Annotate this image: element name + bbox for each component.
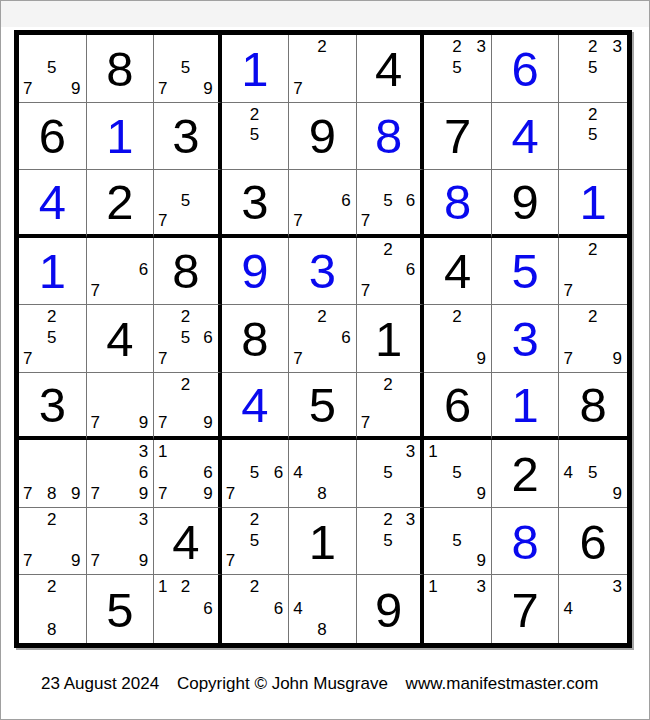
cell-r3c5[interactable]: 67 bbox=[289, 170, 357, 238]
cell-r4c4[interactable]: 9 bbox=[222, 238, 290, 306]
candidate-2: 2 bbox=[317, 308, 326, 325]
pencil-marks: 28 bbox=[23, 578, 81, 638]
pencil-marks: 235 bbox=[563, 38, 622, 97]
solved-digit: 1 bbox=[106, 112, 133, 161]
cell-r1c4[interactable]: 1 bbox=[222, 35, 290, 103]
pencil-marks: 27 bbox=[361, 376, 416, 432]
candidate-7: 7 bbox=[293, 80, 302, 97]
candidate-1: 1 bbox=[428, 443, 437, 460]
candidate-4: 4 bbox=[563, 600, 572, 617]
candidate-5: 5 bbox=[181, 192, 190, 209]
candidate-5: 5 bbox=[47, 329, 56, 346]
solved-digit: 1 bbox=[512, 381, 539, 430]
cell-r4c8[interactable]: 5 bbox=[492, 238, 560, 306]
cell-r9c7[interactable]: 13 bbox=[424, 575, 492, 643]
solved-digit: 5 bbox=[512, 247, 539, 296]
candidate-6: 6 bbox=[203, 600, 212, 617]
candidate-2: 2 bbox=[452, 308, 461, 325]
cell-r7c2[interactable]: 3679 bbox=[87, 440, 155, 508]
given-digit: 3 bbox=[39, 381, 66, 430]
cell-r4c2[interactable]: 67 bbox=[87, 238, 155, 306]
cell-r2c8[interactable]: 4 bbox=[492, 103, 560, 171]
pencil-marks: 267 bbox=[361, 241, 416, 300]
candidate-6: 6 bbox=[139, 261, 148, 278]
cell-r6c1[interactable]: 3 bbox=[19, 373, 87, 441]
candidate-7: 7 bbox=[563, 282, 572, 299]
cell-r3c4[interactable]: 3 bbox=[222, 170, 290, 238]
candidate-5: 5 bbox=[181, 59, 190, 76]
cell-r3c8[interactable]: 9 bbox=[492, 170, 560, 238]
candidate-5: 5 bbox=[47, 59, 56, 76]
cell-r2c7[interactable]: 7 bbox=[424, 103, 492, 171]
candidate-7: 7 bbox=[23, 350, 32, 367]
candidate-9: 9 bbox=[203, 485, 212, 502]
website-text: www.manifestmaster.com bbox=[406, 674, 599, 693]
cell-r9c9[interactable]: 34 bbox=[559, 575, 627, 643]
candidate-2: 2 bbox=[250, 106, 259, 123]
candidate-5: 5 bbox=[588, 464, 597, 481]
cell-r9c6[interactable]: 9 bbox=[357, 575, 425, 643]
candidate-9: 9 bbox=[203, 80, 212, 97]
pencil-marks: 3679 bbox=[91, 443, 149, 502]
candidate-2: 2 bbox=[588, 308, 597, 325]
pencil-marks: 29 bbox=[428, 308, 486, 367]
candidate-2: 2 bbox=[181, 308, 190, 325]
given-digit: 9 bbox=[309, 112, 336, 161]
cell-r6c6[interactable]: 27 bbox=[357, 373, 425, 441]
candidate-4: 4 bbox=[563, 464, 572, 481]
pencil-marks: 67 bbox=[91, 241, 149, 300]
candidate-8: 8 bbox=[317, 485, 326, 502]
pencil-marks: 27 bbox=[293, 38, 351, 97]
candidate-5: 5 bbox=[383, 464, 392, 481]
solved-digit: 1 bbox=[39, 247, 66, 296]
cell-r5c3[interactable]: 2567 bbox=[154, 305, 222, 373]
window-top-band bbox=[1, 1, 649, 27]
pencil-marks: 257 bbox=[23, 308, 81, 367]
cell-r5c4[interactable]: 8 bbox=[222, 305, 290, 373]
pencil-marks: 235 bbox=[361, 511, 416, 570]
cell-r4c6[interactable]: 267 bbox=[357, 238, 425, 306]
candidate-2: 2 bbox=[47, 511, 56, 528]
given-digit: 8 bbox=[172, 247, 199, 296]
cell-r1c8[interactable]: 6 bbox=[492, 35, 560, 103]
candidate-2: 2 bbox=[250, 511, 259, 528]
cell-r4c7[interactable]: 4 bbox=[424, 238, 492, 306]
pencil-marks: 459 bbox=[563, 443, 622, 502]
pencil-marks: 257 bbox=[226, 511, 284, 570]
pencil-marks: 579 bbox=[23, 38, 81, 97]
solved-digit: 1 bbox=[580, 178, 607, 227]
cell-r4c5[interactable]: 3 bbox=[289, 238, 357, 306]
candidate-2: 2 bbox=[383, 376, 392, 393]
cell-r1c5[interactable]: 27 bbox=[289, 35, 357, 103]
sudoku-page: 5798579127423562356132598742542573675678… bbox=[0, 0, 650, 720]
solved-digit: 4 bbox=[241, 381, 268, 430]
cell-r9c4[interactable]: 26 bbox=[222, 575, 290, 643]
cell-r4c3[interactable]: 8 bbox=[154, 238, 222, 306]
cell-r8c8[interactable]: 8 bbox=[492, 508, 560, 576]
candidate-3: 3 bbox=[476, 38, 485, 55]
given-digit: 9 bbox=[375, 586, 402, 635]
candidate-5: 5 bbox=[250, 126, 259, 143]
given-digit: 3 bbox=[172, 112, 199, 161]
candidate-7: 7 bbox=[158, 414, 167, 431]
candidate-2: 2 bbox=[250, 578, 259, 595]
solved-digit: 1 bbox=[241, 45, 268, 94]
candidate-1: 1 bbox=[428, 578, 437, 595]
candidate-9: 9 bbox=[139, 414, 148, 431]
cell-r7c1[interactable]: 789 bbox=[19, 440, 87, 508]
solved-digit: 8 bbox=[375, 112, 402, 161]
candidate-5: 5 bbox=[383, 532, 392, 549]
candidate-7: 7 bbox=[361, 282, 370, 299]
cell-r9c1[interactable]: 28 bbox=[19, 575, 87, 643]
candidate-5: 5 bbox=[250, 464, 259, 481]
given-digit: 1 bbox=[309, 518, 336, 567]
cell-r9c5[interactable]: 48 bbox=[289, 575, 357, 643]
candidate-9: 9 bbox=[613, 485, 622, 502]
candidate-7: 7 bbox=[91, 485, 100, 502]
solved-digit: 8 bbox=[512, 518, 539, 567]
cell-r7c3[interactable]: 1679 bbox=[154, 440, 222, 508]
candidate-2: 2 bbox=[317, 38, 326, 55]
candidate-7: 7 bbox=[158, 350, 167, 367]
candidate-9: 9 bbox=[71, 80, 80, 97]
cell-r6c3[interactable]: 279 bbox=[154, 373, 222, 441]
candidate-5: 5 bbox=[452, 59, 461, 76]
given-digit: 6 bbox=[580, 518, 607, 567]
candidate-6: 6 bbox=[406, 192, 415, 209]
cell-r7c5[interactable]: 48 bbox=[289, 440, 357, 508]
solved-digit: 6 bbox=[512, 45, 539, 94]
cell-r4c9[interactable]: 27 bbox=[559, 238, 627, 306]
candidate-9: 9 bbox=[476, 485, 485, 502]
pencil-marks: 235 bbox=[428, 38, 486, 97]
candidate-8: 8 bbox=[317, 621, 326, 638]
candidate-7: 7 bbox=[226, 485, 235, 502]
candidate-2: 2 bbox=[588, 241, 597, 258]
cell-r8c1[interactable]: 279 bbox=[19, 508, 87, 576]
cell-r8c7[interactable]: 59 bbox=[424, 508, 492, 576]
candidate-9: 9 bbox=[476, 552, 485, 569]
candidate-3: 3 bbox=[476, 578, 485, 595]
pencil-marks: 27 bbox=[563, 241, 622, 300]
pencil-marks: 379 bbox=[91, 511, 149, 570]
cell-r8c2[interactable]: 379 bbox=[87, 508, 155, 576]
cell-r7c8[interactable]: 2 bbox=[492, 440, 560, 508]
candidate-9: 9 bbox=[613, 350, 622, 367]
candidate-7: 7 bbox=[158, 485, 167, 502]
cell-r1c3[interactable]: 579 bbox=[154, 35, 222, 103]
candidate-6: 6 bbox=[139, 464, 148, 481]
cell-r3c3[interactable]: 57 bbox=[154, 170, 222, 238]
cell-r7c4[interactable]: 567 bbox=[222, 440, 290, 508]
cell-r9c2[interactable]: 5 bbox=[87, 575, 155, 643]
candidate-2: 2 bbox=[452, 38, 461, 55]
candidate-5: 5 bbox=[588, 59, 597, 76]
pencil-marks: 59 bbox=[428, 511, 486, 570]
candidate-5: 5 bbox=[452, 464, 461, 481]
candidate-8: 8 bbox=[47, 621, 56, 638]
pencil-marks: 789 bbox=[23, 443, 81, 502]
given-digit: 6 bbox=[444, 381, 471, 430]
cell-r3c6[interactable]: 567 bbox=[357, 170, 425, 238]
candidate-7: 7 bbox=[23, 80, 32, 97]
cell-r6c2[interactable]: 79 bbox=[87, 373, 155, 441]
candidate-7: 7 bbox=[361, 414, 370, 431]
candidate-7: 7 bbox=[361, 212, 370, 229]
given-digit: 6 bbox=[39, 112, 66, 161]
given-digit: 2 bbox=[106, 178, 133, 227]
pencil-marks: 25 bbox=[563, 106, 622, 165]
cell-r8c5[interactable]: 1 bbox=[289, 508, 357, 576]
candidate-6: 6 bbox=[406, 261, 415, 278]
cell-r2c5[interactable]: 9 bbox=[289, 103, 357, 171]
given-digit: 4 bbox=[444, 247, 471, 296]
candidate-7: 7 bbox=[23, 552, 32, 569]
pencil-marks: 126 bbox=[158, 578, 213, 638]
cell-r9c8[interactable]: 7 bbox=[492, 575, 560, 643]
pencil-marks: 48 bbox=[293, 443, 351, 502]
candidate-9: 9 bbox=[476, 350, 485, 367]
cell-r5c2[interactable]: 4 bbox=[87, 305, 155, 373]
candidate-9: 9 bbox=[71, 485, 80, 502]
cell-r1c2[interactable]: 8 bbox=[87, 35, 155, 103]
pencil-marks: 279 bbox=[23, 511, 81, 570]
candidate-9: 9 bbox=[139, 485, 148, 502]
candidate-2: 2 bbox=[588, 38, 597, 55]
candidate-7: 7 bbox=[91, 282, 100, 299]
candidate-5: 5 bbox=[181, 329, 190, 346]
given-digit: 4 bbox=[375, 45, 402, 94]
given-digit: 1 bbox=[375, 315, 402, 364]
cell-r1c7[interactable]: 235 bbox=[424, 35, 492, 103]
candidate-5: 5 bbox=[452, 532, 461, 549]
candidate-3: 3 bbox=[139, 511, 148, 528]
candidate-2: 2 bbox=[181, 376, 190, 393]
pencil-marks: 579 bbox=[158, 38, 213, 97]
cell-r2c3[interactable]: 3 bbox=[154, 103, 222, 171]
candidate-7: 7 bbox=[91, 414, 100, 431]
pencil-marks: 35 bbox=[361, 443, 416, 502]
footer: 23 August 2024 Copyright © John Musgrave… bbox=[41, 674, 611, 694]
candidate-5: 5 bbox=[588, 126, 597, 143]
pencil-marks: 279 bbox=[563, 308, 622, 367]
pencil-marks: 67 bbox=[293, 173, 351, 229]
given-digit: 4 bbox=[106, 315, 133, 364]
cell-r6c5[interactable]: 5 bbox=[289, 373, 357, 441]
pencil-marks: 48 bbox=[293, 578, 351, 638]
pencil-marks: 279 bbox=[158, 376, 213, 432]
cell-r6c4[interactable]: 4 bbox=[222, 373, 290, 441]
candidate-1: 1 bbox=[158, 443, 167, 460]
candidate-2: 2 bbox=[588, 106, 597, 123]
pencil-marks: 567 bbox=[361, 173, 416, 229]
given-digit: 8 bbox=[106, 45, 133, 94]
given-digit: 3 bbox=[241, 178, 268, 227]
candidate-7: 7 bbox=[158, 212, 167, 229]
candidate-6: 6 bbox=[203, 329, 212, 346]
given-digit: 8 bbox=[241, 315, 268, 364]
candidate-3: 3 bbox=[613, 38, 622, 55]
pencil-marks: 159 bbox=[428, 443, 486, 502]
pencil-marks: 1679 bbox=[158, 443, 213, 502]
given-digit: 7 bbox=[444, 112, 471, 161]
cell-r3c7[interactable]: 8 bbox=[424, 170, 492, 238]
cell-r2c9[interactable]: 25 bbox=[559, 103, 627, 171]
given-digit: 2 bbox=[512, 450, 539, 499]
cell-r2c4[interactable]: 25 bbox=[222, 103, 290, 171]
candidate-9: 9 bbox=[203, 414, 212, 431]
cell-r8c9[interactable]: 6 bbox=[559, 508, 627, 576]
candidate-5: 5 bbox=[383, 192, 392, 209]
cell-r8c3[interactable]: 4 bbox=[154, 508, 222, 576]
given-digit: 9 bbox=[512, 178, 539, 227]
candidate-2: 2 bbox=[383, 241, 392, 258]
cell-r3c2[interactable]: 2 bbox=[87, 170, 155, 238]
cell-r2c2[interactable]: 1 bbox=[87, 103, 155, 171]
cell-r6c8[interactable]: 1 bbox=[492, 373, 560, 441]
cell-r2c6[interactable]: 8 bbox=[357, 103, 425, 171]
candidate-7: 7 bbox=[563, 350, 572, 367]
solved-digit: 4 bbox=[512, 112, 539, 161]
candidate-4: 4 bbox=[293, 600, 302, 617]
cell-r4c1[interactable]: 1 bbox=[19, 238, 87, 306]
cell-r9c3[interactable]: 126 bbox=[154, 575, 222, 643]
cell-r7c9[interactable]: 459 bbox=[559, 440, 627, 508]
candidate-3: 3 bbox=[406, 511, 415, 528]
cell-r1c1[interactable]: 579 bbox=[19, 35, 87, 103]
given-digit: 7 bbox=[512, 586, 539, 635]
candidate-7: 7 bbox=[293, 350, 302, 367]
candidate-6: 6 bbox=[274, 464, 283, 481]
given-digit: 5 bbox=[309, 381, 336, 430]
solved-digit: 3 bbox=[512, 315, 539, 364]
pencil-marks: 57 bbox=[158, 173, 213, 229]
candidate-3: 3 bbox=[406, 443, 415, 460]
cell-r2c1[interactable]: 6 bbox=[19, 103, 87, 171]
cell-r5c5[interactable]: 267 bbox=[289, 305, 357, 373]
given-digit: 4 bbox=[172, 518, 199, 567]
candidate-7: 7 bbox=[23, 485, 32, 502]
solved-digit: 8 bbox=[444, 178, 471, 227]
sudoku-grid: 5798579127423562356132598742542573675678… bbox=[14, 30, 632, 648]
pencil-marks: 26 bbox=[226, 578, 284, 638]
pencil-marks: 2567 bbox=[158, 308, 213, 367]
solved-digit: 9 bbox=[241, 247, 268, 296]
candidate-8: 8 bbox=[47, 485, 56, 502]
candidate-2: 2 bbox=[181, 578, 190, 595]
cell-r3c1[interactable]: 4 bbox=[19, 170, 87, 238]
cell-r5c1[interactable]: 257 bbox=[19, 305, 87, 373]
cell-r5c6[interactable]: 1 bbox=[357, 305, 425, 373]
puzzle-date: 23 August 2024 bbox=[41, 674, 159, 693]
solved-digit: 3 bbox=[309, 247, 336, 296]
candidate-7: 7 bbox=[158, 80, 167, 97]
copyright-text: Copyright © John Musgrave bbox=[177, 674, 388, 693]
pencil-marks: 267 bbox=[293, 308, 351, 367]
pencil-marks: 567 bbox=[226, 443, 284, 502]
cell-r5c9[interactable]: 279 bbox=[559, 305, 627, 373]
candidate-6: 6 bbox=[341, 192, 350, 209]
pencil-marks: 34 bbox=[563, 578, 622, 638]
given-digit: 8 bbox=[580, 381, 607, 430]
candidate-3: 3 bbox=[139, 443, 148, 460]
candidate-7: 7 bbox=[226, 552, 235, 569]
pencil-marks: 25 bbox=[226, 106, 284, 165]
candidate-9: 9 bbox=[139, 552, 148, 569]
candidate-6: 6 bbox=[203, 464, 212, 481]
pencil-marks: 13 bbox=[428, 578, 486, 638]
candidate-5: 5 bbox=[250, 532, 259, 549]
cell-r8c4[interactable]: 257 bbox=[222, 508, 290, 576]
cell-r7c7[interactable]: 159 bbox=[424, 440, 492, 508]
cell-r6c9[interactable]: 8 bbox=[559, 373, 627, 441]
candidate-4: 4 bbox=[293, 464, 302, 481]
cell-r1c6[interactable]: 4 bbox=[357, 35, 425, 103]
cell-r5c8[interactable]: 3 bbox=[492, 305, 560, 373]
candidate-2: 2 bbox=[47, 308, 56, 325]
candidate-6: 6 bbox=[341, 329, 350, 346]
candidate-2: 2 bbox=[383, 511, 392, 528]
candidate-3: 3 bbox=[613, 578, 622, 595]
cell-r5c7[interactable]: 29 bbox=[424, 305, 492, 373]
solved-digit: 4 bbox=[39, 178, 66, 227]
cell-r6c7[interactable]: 6 bbox=[424, 373, 492, 441]
candidate-9: 9 bbox=[71, 552, 80, 569]
candidate-6: 6 bbox=[274, 600, 283, 617]
given-digit: 5 bbox=[106, 586, 133, 635]
cell-r8c6[interactable]: 235 bbox=[357, 508, 425, 576]
cell-r3c9[interactable]: 1 bbox=[559, 170, 627, 238]
pencil-marks: 79 bbox=[91, 376, 149, 432]
cell-r1c9[interactable]: 235 bbox=[559, 35, 627, 103]
candidate-2: 2 bbox=[47, 578, 56, 595]
candidate-1: 1 bbox=[158, 578, 167, 595]
candidate-7: 7 bbox=[91, 552, 100, 569]
cell-r7c6[interactable]: 35 bbox=[357, 440, 425, 508]
candidate-7: 7 bbox=[293, 212, 302, 229]
